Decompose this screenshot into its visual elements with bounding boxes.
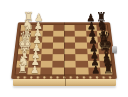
chess-set-photo: ♜♞♝♛♚♝♞♜♟♟♟♟♟♟♟♟♟♟♟♟♟♟♟♟♜♞♝♛♚♝♞♜	[0, 0, 128, 97]
board-square	[100, 68, 113, 75]
chessboard	[11, 22, 117, 79]
clasp-latch-icon	[112, 46, 117, 53]
board-square	[64, 68, 76, 75]
board-square	[52, 68, 64, 75]
fold-seam	[64, 22, 65, 79]
board-square	[16, 68, 29, 75]
board-square	[76, 68, 88, 75]
board-box-side	[13, 79, 116, 86]
box-fold-seam	[65, 79, 66, 86]
board-square	[28, 68, 41, 75]
board-square	[40, 68, 52, 75]
board-square	[88, 68, 101, 75]
